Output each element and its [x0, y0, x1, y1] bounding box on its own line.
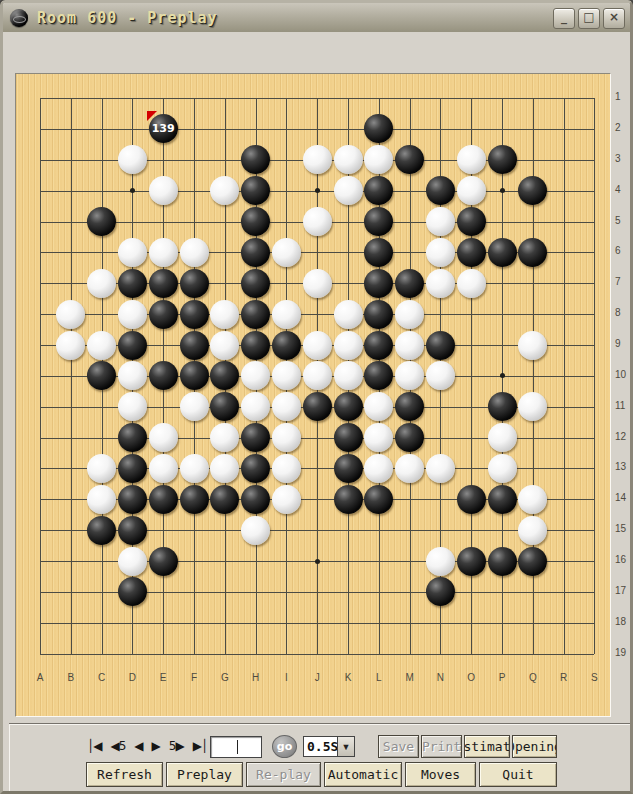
quit-button[interactable]: Quit — [479, 762, 557, 787]
black-stone-D7 — [118, 269, 147, 298]
nav-back-5-button[interactable]: ◀5 — [110, 739, 125, 753]
text-caret — [237, 740, 238, 754]
nav-forward-button[interactable]: ▶ — [152, 739, 160, 753]
column-label-F: F — [185, 672, 203, 683]
action-buttons-row2: RefreshPreplayRe-playAutomaticMovesQuit — [86, 762, 557, 787]
row-label-1: 1 — [615, 91, 633, 102]
white-stone-M13 — [395, 454, 424, 483]
column-label-K: K — [339, 672, 357, 683]
chevron-down-icon[interactable]: ▼ — [337, 736, 355, 757]
column-label-D: D — [123, 672, 141, 683]
grid-line-horizontal — [40, 623, 594, 624]
column-label-G: G — [216, 672, 234, 683]
black-stone-E14 — [149, 485, 178, 514]
black-stone-P6 — [488, 238, 517, 267]
opening-button[interactable]: Opening — [512, 735, 557, 758]
row-label-18: 18 — [615, 616, 633, 627]
go-board[interactable]: 139ABCDEFGHIJKLMNOPQRS — [15, 73, 611, 717]
black-stone-N4 — [426, 176, 455, 205]
black-stone-K13 — [334, 454, 363, 483]
delay-dropdown[interactable]: 0.5S ▼ — [303, 736, 355, 757]
white-stone-N16 — [426, 547, 455, 576]
black-stone-F7 — [180, 269, 209, 298]
white-stone-M8 — [395, 300, 424, 329]
star-point — [130, 188, 135, 193]
white-stone-N13 — [426, 454, 455, 483]
black-stone-H13 — [241, 454, 270, 483]
black-stone-E8 — [149, 300, 178, 329]
white-stone-B9 — [56, 331, 85, 360]
white-stone-J10 — [303, 361, 332, 390]
white-stone-C7 — [87, 269, 116, 298]
white-stone-Q9 — [518, 331, 547, 360]
refresh-button[interactable]: Refresh — [86, 762, 163, 787]
white-stone-C9 — [87, 331, 116, 360]
white-stone-M9 — [395, 331, 424, 360]
close-button[interactable]: × — [603, 8, 625, 29]
move-navigation: │◀◀5◀▶5▶▶│ — [87, 737, 207, 755]
white-stone-G8 — [210, 300, 239, 329]
app-window: Room 600 - Preplay _ □ × 139ABCDEFGHIJKL… — [0, 0, 633, 794]
column-label-O: O — [462, 672, 480, 683]
black-stone-O6 — [457, 238, 486, 267]
white-stone-K4 — [334, 176, 363, 205]
column-label-B: B — [62, 672, 80, 683]
row-label-6: 6 — [615, 245, 633, 256]
white-stone-K9 — [334, 331, 363, 360]
column-label-M: M — [401, 672, 419, 683]
black-stone-F10 — [180, 361, 209, 390]
black-stone-H7 — [241, 269, 270, 298]
white-stone-D16 — [118, 547, 147, 576]
row-label-7: 7 — [615, 276, 633, 287]
column-label-R: R — [555, 672, 573, 683]
black-stone-C15 — [87, 516, 116, 545]
black-stone-P16 — [488, 547, 517, 576]
window-buttons: _ □ × — [553, 8, 625, 29]
black-stone-L7 — [364, 269, 393, 298]
row-label-2: 2 — [615, 122, 633, 133]
white-stone-E6 — [149, 238, 178, 267]
row-label-11: 11 — [615, 400, 633, 411]
estimate-button[interactable]: Estimate — [464, 735, 510, 758]
row-label-3: 3 — [615, 153, 633, 164]
white-stone-E4 — [149, 176, 178, 205]
column-label-E: E — [154, 672, 172, 683]
white-stone-F11 — [180, 392, 209, 421]
black-stone-D12 — [118, 423, 147, 452]
row-label-14: 14 — [615, 492, 633, 503]
white-stone-G13 — [210, 454, 239, 483]
black-stone-D14 — [118, 485, 147, 514]
white-stone-N7 — [426, 269, 455, 298]
black-stone-H14 — [241, 485, 270, 514]
black-stone-P3 — [488, 145, 517, 174]
white-stone-J3 — [303, 145, 332, 174]
black-stone-L6 — [364, 238, 393, 267]
row-label-10: 10 — [615, 369, 633, 380]
row-label-15: 15 — [615, 523, 633, 534]
star-point — [315, 559, 320, 564]
column-label-C: C — [93, 672, 111, 683]
globe-app-icon — [10, 9, 28, 27]
control-panel: │◀◀5◀▶5▶▶│ go 0.5S ▼ SavePrintEstimateOp… — [9, 724, 631, 792]
white-stone-O7 — [457, 269, 486, 298]
black-stone-H5 — [241, 207, 270, 236]
white-stone-D11 — [118, 392, 147, 421]
black-stone-L14 — [364, 485, 393, 514]
grid-line-vertical — [594, 98, 595, 654]
grid-line-horizontal — [40, 654, 594, 655]
column-label-Q: Q — [524, 672, 542, 683]
white-stone-F13 — [180, 454, 209, 483]
column-label-I: I — [277, 672, 295, 683]
column-label-L: L — [370, 672, 388, 683]
window-title: Room 600 - Preplay — [37, 9, 218, 27]
black-stone-H4 — [241, 176, 270, 205]
row-label-13: 13 — [615, 461, 633, 472]
minimize-button[interactable]: _ — [553, 8, 575, 29]
black-stone-D9 — [118, 331, 147, 360]
black-stone-O5 — [457, 207, 486, 236]
white-stone-F6 — [180, 238, 209, 267]
white-stone-C14 — [87, 485, 116, 514]
black-stone-P14 — [488, 485, 517, 514]
moves-button[interactable]: Moves — [405, 762, 476, 787]
black-stone-L9 — [364, 331, 393, 360]
black-stone-Q16 — [518, 547, 547, 576]
white-stone-P13 — [488, 454, 517, 483]
nav-forward-5-button[interactable]: 5▶ — [169, 739, 184, 753]
re-play-button: Re-play — [246, 762, 321, 787]
white-stone-J7 — [303, 269, 332, 298]
white-stone-D8 — [118, 300, 147, 329]
black-stone-O16 — [457, 547, 486, 576]
move-number-input[interactable] — [210, 736, 262, 758]
black-stone-K12 — [334, 423, 363, 452]
black-stone-C5 — [87, 207, 116, 236]
white-stone-C13 — [87, 454, 116, 483]
white-stone-P12 — [488, 423, 517, 452]
white-stone-K3 — [334, 145, 363, 174]
star-point — [315, 188, 320, 193]
delay-value: 0.5S — [303, 736, 337, 757]
black-stone-L8 — [364, 300, 393, 329]
black-stone-H8 — [241, 300, 270, 329]
star-point — [500, 188, 505, 193]
black-stone-I9 — [272, 331, 301, 360]
white-stone-D6 — [118, 238, 147, 267]
black-stone-G14 — [210, 485, 239, 514]
white-stone-L13 — [364, 454, 393, 483]
white-stone-I10 — [272, 361, 301, 390]
row-label-9: 9 — [615, 338, 633, 349]
white-stone-N6 — [426, 238, 455, 267]
row-label-8: 8 — [615, 307, 633, 318]
column-label-J: J — [308, 672, 326, 683]
nav-last-button[interactable]: ▶│ — [193, 739, 207, 753]
grid-line-vertical — [564, 98, 565, 654]
white-stone-I11 — [272, 392, 301, 421]
row-label-12: 12 — [615, 431, 633, 442]
white-stone-Q15 — [518, 516, 547, 545]
column-label-A: A — [31, 672, 49, 683]
black-stone-N9 — [426, 331, 455, 360]
white-stone-G9 — [210, 331, 239, 360]
white-stone-J9 — [303, 331, 332, 360]
black-stone-F9 — [180, 331, 209, 360]
black-stone-M7 — [395, 269, 424, 298]
last-move-number: 139 — [149, 114, 178, 143]
black-stone-K14 — [334, 485, 363, 514]
white-stone-E12 — [149, 423, 178, 452]
row-label-16: 16 — [615, 554, 633, 565]
column-label-H: H — [247, 672, 265, 683]
black-stone-M12 — [395, 423, 424, 452]
row-label-19: 19 — [615, 647, 633, 658]
white-stone-K10 — [334, 361, 363, 390]
white-stone-H15 — [241, 516, 270, 545]
row-coordinate-labels: 12345678910111213141516171819 — [615, 73, 633, 715]
black-stone-E16 — [149, 547, 178, 576]
star-point — [500, 373, 505, 378]
black-stone-K11 — [334, 392, 363, 421]
black-stone-Q6 — [518, 238, 547, 267]
white-stone-I6 — [272, 238, 301, 267]
white-stone-J5 — [303, 207, 332, 236]
black-stone-D13 — [118, 454, 147, 483]
nav-back-button[interactable]: ◀ — [134, 739, 142, 753]
white-stone-I14 — [272, 485, 301, 514]
white-stone-I12 — [272, 423, 301, 452]
black-stone-H9 — [241, 331, 270, 360]
black-stone-O14 — [457, 485, 486, 514]
white-stone-I8 — [272, 300, 301, 329]
black-stone-E10 — [149, 361, 178, 390]
column-label-P: P — [493, 672, 511, 683]
black-stone-P11 — [488, 392, 517, 421]
column-label-N: N — [431, 672, 449, 683]
go-button[interactable]: go — [272, 735, 297, 758]
white-stone-O4 — [457, 176, 486, 205]
automatic-button[interactable]: Automatic — [324, 762, 402, 787]
white-stone-D10 — [118, 361, 147, 390]
nav-first-button[interactable]: │◀ — [87, 739, 101, 753]
black-stone-H6 — [241, 238, 270, 267]
column-label-S: S — [585, 672, 603, 683]
white-stone-O3 — [457, 145, 486, 174]
white-stone-I13 — [272, 454, 301, 483]
action-buttons-row1: SavePrintEstimateOpening — [378, 735, 557, 758]
maximize-button[interactable]: □ — [578, 8, 600, 29]
row-label-5: 5 — [615, 215, 633, 226]
black-stone-D15 — [118, 516, 147, 545]
white-stone-B8 — [56, 300, 85, 329]
white-stone-K8 — [334, 300, 363, 329]
white-stone-D3 — [118, 145, 147, 174]
white-stone-N5 — [426, 207, 455, 236]
row-label-17: 17 — [615, 585, 633, 596]
white-stone-N10 — [426, 361, 455, 390]
white-stone-Q14 — [518, 485, 547, 514]
black-stone-E7 — [149, 269, 178, 298]
print-button: Print — [421, 735, 462, 758]
title-bar[interactable]: Room 600 - Preplay _ □ × — [3, 3, 630, 32]
row-label-4: 4 — [615, 184, 633, 195]
white-stone-E13 — [149, 454, 178, 483]
black-stone-F14 — [180, 485, 209, 514]
black-stone-H12 — [241, 423, 270, 452]
save-button: Save — [378, 735, 419, 758]
preplay-button[interactable]: Preplay — [166, 762, 243, 787]
black-stone-F8 — [180, 300, 209, 329]
black-stone-J11 — [303, 392, 332, 421]
